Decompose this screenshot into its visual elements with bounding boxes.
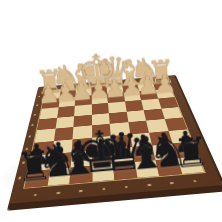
frame-marker-dot [31, 124, 34, 126]
square-f8: ♝ [70, 165, 92, 183]
frame-marker-dot [170, 181, 174, 184]
frame-marker-dot [147, 183, 151, 186]
board-perspective-wrapper: ♜♞♝♚♛♝♞♜♟♟♟♟♟♟♟♟♟♟♟♟♟♟♟♟♜♞♝♚♛♝♞♜ [19, 34, 203, 218]
square-c5 [128, 120, 149, 133]
square-d6 [111, 134, 132, 149]
square-d7: ♟ [112, 147, 134, 163]
frame-marker-dot [34, 193, 38, 196]
square-e5 [92, 123, 111, 137]
square-h8: ♜ [25, 169, 50, 188]
square-a7: ♟ [172, 141, 198, 157]
square-e1: ♚ [91, 85, 107, 95]
square-h5 [34, 128, 55, 142]
frame-marker-dot [193, 179, 197, 182]
square-d8: ♛ [113, 161, 137, 179]
frame-marker-dot [102, 187, 105, 190]
square-e7: ♟ [92, 148, 113, 164]
frame-marker-dot [18, 176, 22, 179]
square-h7: ♟ [28, 154, 51, 171]
frame-marker-dot [22, 161, 25, 163]
square-g8: ♞ [47, 167, 71, 186]
square-a1: ♜ [152, 80, 171, 90]
chess-set-photo: ♜♞♝♚♛♝♞♜♟♟♟♟♟♟♟♟♟♟♟♟♟♟♟♟♜♞♝♚♛♝♞♜ [0, 0, 222, 222]
square-a2: ♟ [155, 88, 174, 98]
board-frame: ♜♞♝♚♛♝♞♜♟♟♟♟♟♟♟♟♟♟♟♟♟♟♟♟♜♞♝♚♛♝♞♜ [7, 75, 222, 211]
frame-marker-dot [36, 104, 39, 106]
frame-marker-dot [34, 113, 37, 115]
square-e4 [91, 112, 109, 124]
square-d2: ♟ [107, 92, 124, 102]
square-h6 [31, 140, 53, 155]
square-g2: ♟ [58, 96, 75, 107]
frame-marker-dot [56, 191, 60, 194]
square-e8: ♚ [92, 163, 115, 181]
square-g6 [52, 139, 73, 154]
square-f1: ♝ [75, 87, 91, 97]
square-a8: ♜ [177, 156, 205, 174]
square-a5 [164, 117, 187, 130]
square-f6 [72, 137, 92, 152]
square-a6 [168, 129, 192, 144]
square-c8: ♝ [134, 159, 159, 177]
frame-marker-dot [125, 185, 129, 188]
frame-marker-dot [38, 95, 41, 96]
frame-marker-dot [25, 147, 28, 149]
square-f5 [73, 125, 92, 139]
frame-marker-dot [28, 135, 31, 137]
square-g7: ♟ [49, 152, 71, 169]
square-d5 [110, 122, 130, 136]
square-h4 [37, 117, 57, 130]
board-grid: ♜♞♝♚♛♝♞♜♟♟♟♟♟♟♟♟♟♟♟♟♟♟♟♟♜♞♝♚♛♝♞♜ [23, 79, 206, 188]
square-d4 [109, 111, 128, 123]
frame-marker-dot [79, 189, 82, 192]
square-f7: ♟ [71, 150, 92, 167]
square-e6 [92, 135, 112, 150]
